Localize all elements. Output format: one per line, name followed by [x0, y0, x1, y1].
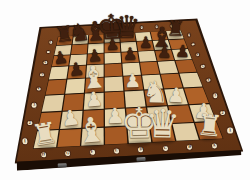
black-pawn-b6[interactable]: ♟	[157, 44, 172, 61]
black-pawn-a6[interactable]: ♟	[174, 43, 189, 60]
white-rook-a1[interactable]: ♜	[196, 110, 225, 141]
file-label-disc-bottom: A	[210, 142, 217, 149]
file-label-disc-bottom: H	[40, 151, 47, 158]
rank-label-disc-right: 1	[226, 127, 234, 135]
hinge	[136, 157, 145, 161]
hinge	[58, 163, 67, 167]
white-rook-h1[interactable]: ♜	[30, 118, 60, 151]
black-pawn-d6[interactable]: ♟	[122, 46, 137, 63]
white-bishop-f1[interactable]: ♝	[75, 111, 108, 148]
white-pawn-f3[interactable]: ♟	[84, 89, 103, 110]
black-pawn-h6[interactable]: ♟	[52, 49, 69, 67]
white-pawn-d4[interactable]: ♟	[125, 72, 142, 91]
white-queen-c1[interactable]: ♛	[145, 104, 181, 144]
chess-board: HHGGFFEEDDCCBBAA8877665544332211♜♞♝♚♛♜♟♟…	[0, 0, 250, 180]
chess-set-photo: HHGGFFEEDDCCBBAA8877665544332211♜♞♝♚♛♜♟♟…	[0, 0, 250, 180]
black-pawn-e7[interactable]: ♟	[105, 37, 119, 53]
rank-label-disc-left: 3	[31, 102, 38, 109]
rank-label-disc-right: 3	[212, 92, 219, 99]
rank-label-disc-right: 5	[200, 63, 206, 69]
rank-label-disc-left: 8	[48, 40, 53, 45]
rank-label-disc-left: 6	[43, 60, 49, 66]
rank-label-disc-left: 1	[21, 137, 29, 145]
